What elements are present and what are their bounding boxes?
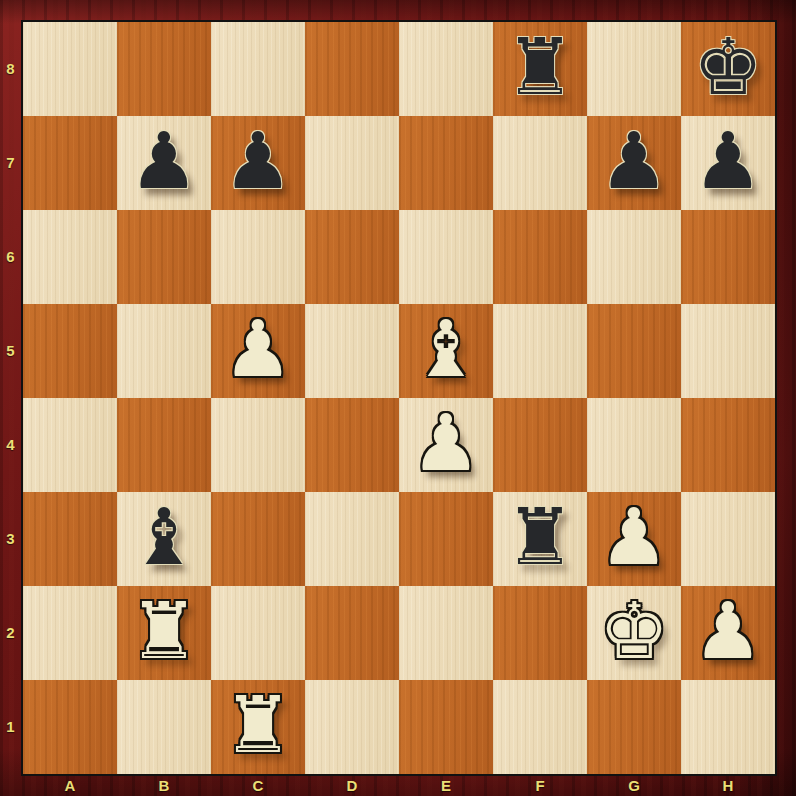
rank-label-1: 1 [0, 717, 21, 737]
piece-white-pawn[interactable]: ♟ [399, 398, 493, 492]
square-g8[interactable] [587, 22, 681, 116]
square-f2[interactable] [493, 586, 587, 680]
square-b8[interactable] [117, 22, 211, 116]
file-label-b: B [117, 775, 211, 796]
piece-white-king[interactable]: ♚ [587, 586, 681, 680]
square-d5[interactable] [305, 304, 399, 398]
piece-black-rook[interactable]: ♜ [493, 492, 587, 586]
square-g4[interactable] [587, 398, 681, 492]
square-g1[interactable] [587, 680, 681, 774]
square-a5[interactable] [23, 304, 117, 398]
square-f7[interactable] [493, 116, 587, 210]
rank-label-5: 5 [0, 341, 21, 361]
file-label-g: G [587, 775, 681, 796]
piece-white-pawn[interactable]: ♟ [587, 492, 681, 586]
square-c7[interactable]: ♟ [211, 116, 305, 210]
square-e1[interactable] [399, 680, 493, 774]
rank-label-6: 6 [0, 247, 21, 267]
square-f8[interactable]: ♜ [493, 22, 587, 116]
square-b1[interactable] [117, 680, 211, 774]
square-d4[interactable] [305, 398, 399, 492]
square-c2[interactable] [211, 586, 305, 680]
square-b2[interactable]: ♜ [117, 586, 211, 680]
square-h8[interactable]: ♚ [681, 22, 775, 116]
square-b7[interactable]: ♟ [117, 116, 211, 210]
square-f5[interactable] [493, 304, 587, 398]
square-e6[interactable] [399, 210, 493, 304]
square-b5[interactable] [117, 304, 211, 398]
square-g3[interactable]: ♟ [587, 492, 681, 586]
rank-label-8: 8 [0, 59, 21, 79]
square-c5[interactable]: ♟ [211, 304, 305, 398]
square-e8[interactable] [399, 22, 493, 116]
piece-black-pawn[interactable]: ♟ [587, 116, 681, 210]
square-a4[interactable] [23, 398, 117, 492]
file-label-h: H [681, 775, 775, 796]
piece-white-pawn[interactable]: ♟ [681, 586, 775, 680]
file-label-a: A [23, 775, 117, 796]
square-f4[interactable] [493, 398, 587, 492]
square-d8[interactable] [305, 22, 399, 116]
square-f6[interactable] [493, 210, 587, 304]
piece-white-pawn[interactable]: ♟ [211, 304, 305, 398]
square-a8[interactable] [23, 22, 117, 116]
piece-black-pawn[interactable]: ♟ [211, 116, 305, 210]
square-d3[interactable] [305, 492, 399, 586]
piece-black-pawn[interactable]: ♟ [681, 116, 775, 210]
square-h7[interactable]: ♟ [681, 116, 775, 210]
square-e4[interactable]: ♟ [399, 398, 493, 492]
piece-black-king[interactable]: ♚ [681, 22, 775, 116]
piece-white-rook[interactable]: ♜ [211, 680, 305, 774]
chessboard: ♜♚♟♟♟♟♟♝♟♝♜♟♜♚♟♜ [21, 20, 777, 776]
file-label-e: E [399, 775, 493, 796]
square-c8[interactable] [211, 22, 305, 116]
piece-white-bishop[interactable]: ♝ [399, 304, 493, 398]
chessboard-frame: ♜♚♟♟♟♟♟♝♟♝♜♟♜♚♟♜ 87654321ABCDEFGH [0, 0, 796, 796]
square-b3[interactable]: ♝ [117, 492, 211, 586]
file-label-d: D [305, 775, 399, 796]
square-f3[interactable]: ♜ [493, 492, 587, 586]
file-label-f: F [493, 775, 587, 796]
square-d6[interactable] [305, 210, 399, 304]
square-d7[interactable] [305, 116, 399, 210]
square-c6[interactable] [211, 210, 305, 304]
rank-label-2: 2 [0, 623, 21, 643]
square-b4[interactable] [117, 398, 211, 492]
square-a3[interactable] [23, 492, 117, 586]
piece-black-rook[interactable]: ♜ [493, 22, 587, 116]
square-h6[interactable] [681, 210, 775, 304]
square-f1[interactable] [493, 680, 587, 774]
piece-white-rook[interactable]: ♜ [117, 586, 211, 680]
square-h4[interactable] [681, 398, 775, 492]
square-c1[interactable]: ♜ [211, 680, 305, 774]
square-h2[interactable]: ♟ [681, 586, 775, 680]
square-a2[interactable] [23, 586, 117, 680]
square-h1[interactable] [681, 680, 775, 774]
square-a6[interactable] [23, 210, 117, 304]
square-a7[interactable] [23, 116, 117, 210]
square-g6[interactable] [587, 210, 681, 304]
square-e5[interactable]: ♝ [399, 304, 493, 398]
square-b6[interactable] [117, 210, 211, 304]
piece-black-pawn[interactable]: ♟ [117, 116, 211, 210]
square-d2[interactable] [305, 586, 399, 680]
square-d1[interactable] [305, 680, 399, 774]
file-label-c: C [211, 775, 305, 796]
square-c3[interactable] [211, 492, 305, 586]
square-e2[interactable] [399, 586, 493, 680]
square-a1[interactable] [23, 680, 117, 774]
rank-label-7: 7 [0, 153, 21, 173]
square-g5[interactable] [587, 304, 681, 398]
square-g2[interactable]: ♚ [587, 586, 681, 680]
rank-label-4: 4 [0, 435, 21, 455]
square-h5[interactable] [681, 304, 775, 398]
square-h3[interactable] [681, 492, 775, 586]
rank-label-3: 3 [0, 529, 21, 549]
square-e3[interactable] [399, 492, 493, 586]
square-c4[interactable] [211, 398, 305, 492]
piece-black-bishop[interactable]: ♝ [117, 492, 211, 586]
square-g7[interactable]: ♟ [587, 116, 681, 210]
square-e7[interactable] [399, 116, 493, 210]
